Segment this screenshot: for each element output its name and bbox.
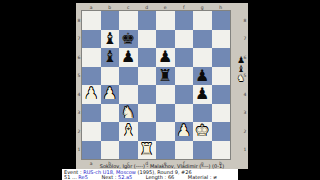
- square-h8[interactable]: [212, 11, 231, 30]
- square-h1[interactable]: [212, 141, 231, 160]
- chess-board: ♝♚♝♟♟♜♟♟♟♟♞♝♟♚♜: [82, 11, 230, 159]
- square-d1[interactable]: ♜: [138, 141, 157, 160]
- square-g8[interactable]: [193, 11, 212, 30]
- material-tray: ♟♝♞: [236, 56, 247, 83]
- file-label-g: g: [193, 4, 212, 11]
- square-a8[interactable]: [82, 11, 101, 30]
- black-king[interactable]: ♚: [121, 29, 135, 48]
- square-b3[interactable]: [101, 104, 120, 123]
- rank-label-8: 8: [243, 11, 248, 30]
- length-label: Length :: [146, 175, 167, 180]
- rank-label-7: 7: [243, 30, 248, 49]
- square-c7[interactable]: ♚: [119, 30, 138, 49]
- file-label-d: d: [138, 4, 157, 11]
- square-e7[interactable]: [156, 30, 175, 49]
- square-a1[interactable]: [82, 141, 101, 160]
- white-pawn[interactable]: ♟: [84, 85, 98, 104]
- square-g6[interactable]: [193, 48, 212, 67]
- file-labels-top: abcdefgh: [82, 4, 230, 11]
- black-pawn[interactable]: ♟: [195, 66, 209, 85]
- white-knight[interactable]: ♞: [121, 103, 135, 122]
- tray-white-knight: ♞: [237, 74, 245, 83]
- square-b1[interactable]: [101, 141, 120, 160]
- square-c4[interactable]: [119, 85, 138, 104]
- black-rook[interactable]: ♜: [158, 66, 172, 85]
- rank-label-3: 3: [77, 104, 82, 123]
- square-a5[interactable]: [82, 67, 101, 86]
- square-h2[interactable]: [212, 122, 231, 141]
- square-f7[interactable]: [175, 30, 194, 49]
- square-c6[interactable]: ♟: [119, 48, 138, 67]
- square-e2[interactable]: [156, 122, 175, 141]
- square-d3[interactable]: [138, 104, 157, 123]
- square-a2[interactable]: [82, 122, 101, 141]
- move-line: 51 ... Re5 Next : 52.a5 Length : 66 Mate…: [64, 175, 236, 180]
- rank-label-6: 6: [77, 48, 82, 67]
- file-label-f: f: [175, 4, 194, 11]
- move-prefix: 51 ...: [64, 175, 77, 180]
- square-e1[interactable]: [156, 141, 175, 160]
- square-b2[interactable]: [101, 122, 120, 141]
- next-label: Next :: [101, 175, 116, 180]
- square-a7[interactable]: [82, 30, 101, 49]
- square-g2[interactable]: ♚: [193, 122, 212, 141]
- square-b7[interactable]: ♝: [101, 30, 120, 49]
- square-d4[interactable]: [138, 85, 157, 104]
- length-value: 66: [168, 175, 174, 180]
- square-c2[interactable]: ♝: [119, 122, 138, 141]
- square-b8[interactable]: [101, 11, 120, 30]
- square-c3[interactable]: ♞: [119, 104, 138, 123]
- square-a4[interactable]: ♟: [82, 85, 101, 104]
- event-link[interactable]: RUS-ch U18, Moscow: [83, 170, 136, 175]
- rank-labels-right: 87654321: [243, 11, 248, 159]
- next-move[interactable]: 52.a5: [118, 175, 132, 180]
- square-e4[interactable]: [156, 85, 175, 104]
- black-pawn[interactable]: ♟: [195, 85, 209, 104]
- square-e3[interactable]: [156, 104, 175, 123]
- square-d6[interactable]: [138, 48, 157, 67]
- square-d2[interactable]: [138, 122, 157, 141]
- square-f8[interactable]: [175, 11, 194, 30]
- square-d8[interactable]: [138, 11, 157, 30]
- square-f1[interactable]: [175, 141, 194, 160]
- file-label-b: b: [101, 4, 120, 11]
- black-pawn[interactable]: ♟: [121, 48, 135, 67]
- file-label-a: a: [82, 4, 101, 11]
- square-f5[interactable]: [175, 67, 194, 86]
- square-f2[interactable]: ♟: [175, 122, 194, 141]
- square-f3[interactable]: [175, 104, 194, 123]
- material-value: ≠: [213, 175, 217, 180]
- square-a6[interactable]: [82, 48, 101, 67]
- square-e5[interactable]: ♜: [156, 67, 175, 86]
- rank-labels-left: 87654321: [77, 11, 82, 159]
- square-h4[interactable]: [212, 85, 231, 104]
- rank-label-3: 3: [243, 104, 248, 123]
- square-g5[interactable]: ♟: [193, 67, 212, 86]
- square-b4[interactable]: ♟: [101, 85, 120, 104]
- white-bishop[interactable]: ♝: [121, 122, 135, 141]
- square-d5[interactable]: [138, 67, 157, 86]
- square-g4[interactable]: ♟: [193, 85, 212, 104]
- rank-label-1: 1: [77, 141, 82, 160]
- rank-label-8: 8: [77, 11, 82, 30]
- square-h7[interactable]: [212, 30, 231, 49]
- square-b5[interactable]: [101, 67, 120, 86]
- square-h3[interactable]: [212, 104, 231, 123]
- rank-label-7: 7: [77, 30, 82, 49]
- rank-label-2: 2: [243, 122, 248, 141]
- rank-label-1: 1: [243, 141, 248, 160]
- square-d7[interactable]: [138, 30, 157, 49]
- square-g1[interactable]: [193, 141, 212, 160]
- rank-label-4: 4: [243, 85, 248, 104]
- square-e6[interactable]: ♟: [156, 48, 175, 67]
- white-rook[interactable]: ♜: [140, 140, 154, 159]
- white-king[interactable]: ♚: [195, 122, 209, 141]
- white-pawn[interactable]: ♟: [177, 122, 191, 141]
- event-label: Event :: [64, 170, 82, 175]
- square-h6[interactable]: [212, 48, 231, 67]
- square-b6[interactable]: ♝: [101, 48, 120, 67]
- event-rest: (1995), Round 9, #26: [138, 170, 192, 175]
- square-c8[interactable]: [119, 11, 138, 30]
- material-label: Material :: [188, 175, 212, 180]
- square-g7[interactable]: [193, 30, 212, 49]
- caption-panel: Event : RUS-ch U18, Moscow (1995), Round…: [62, 169, 238, 180]
- file-label-h: h: [212, 4, 231, 11]
- black-bishop[interactable]: ♝: [103, 29, 117, 48]
- square-h5[interactable]: [212, 67, 231, 86]
- square-f4[interactable]: [175, 85, 194, 104]
- black-pawn[interactable]: ♟: [158, 48, 172, 67]
- square-a3[interactable]: [82, 104, 101, 123]
- current-move[interactable]: Re5: [78, 175, 88, 180]
- white-pawn[interactable]: ♟: [103, 85, 117, 104]
- rank-label-4: 4: [77, 85, 82, 104]
- square-e8[interactable]: [156, 11, 175, 30]
- rank-label-2: 2: [77, 122, 82, 141]
- rank-label-5: 5: [77, 67, 82, 86]
- square-c5[interactable]: [119, 67, 138, 86]
- square-c1[interactable]: [119, 141, 138, 160]
- file-label-c: c: [119, 4, 138, 11]
- black-bishop[interactable]: ♝: [103, 48, 117, 67]
- file-label-e: e: [156, 4, 175, 11]
- square-g3[interactable]: [193, 104, 212, 123]
- square-f6[interactable]: [175, 48, 194, 67]
